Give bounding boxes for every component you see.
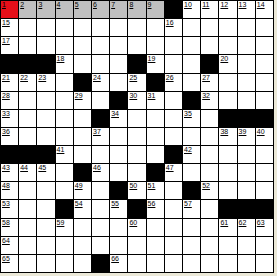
cell-10-3[interactable] — [56, 182, 73, 199]
cell-7-13[interactable]: 39 — [238, 128, 255, 145]
clue-number: 31 — [148, 92, 156, 100]
cell-14-3[interactable] — [56, 255, 73, 272]
cell-8-14[interactable] — [256, 146, 273, 163]
cell-2-12[interactable] — [219, 37, 236, 54]
cell-12-0[interactable]: 58 — [1, 219, 18, 236]
clue-number: 3 — [38, 1, 42, 9]
cell-14-0[interactable]: 65 — [1, 255, 18, 272]
cell-5-7[interactable]: 30 — [128, 92, 145, 109]
cursor-cell-0-0[interactable]: 1 — [1, 1, 18, 18]
cell-0-11[interactable]: 11 — [201, 1, 218, 18]
clue-number: 37 — [93, 128, 101, 136]
cell-13-9[interactable] — [165, 237, 182, 254]
block-cell-8-1 — [19, 146, 36, 163]
clue-number: 43 — [2, 164, 10, 172]
cell-5-12[interactable] — [219, 92, 236, 109]
cell-10-12[interactable] — [219, 182, 236, 199]
clue-number: 46 — [93, 164, 101, 172]
cell-12-7[interactable]: 60 — [128, 219, 145, 236]
cell-13-4[interactable] — [74, 237, 91, 254]
clue-number: 40 — [257, 128, 265, 136]
clue-number: 49 — [75, 182, 83, 190]
cell-14-13[interactable] — [238, 255, 255, 272]
cell-11-1[interactable] — [19, 200, 36, 217]
clue-number: 11 — [202, 1, 209, 9]
cell-6-10[interactable]: 35 — [183, 110, 200, 127]
clue-number: 16 — [166, 19, 174, 27]
cell-8-6[interactable] — [110, 146, 127, 163]
cell-11-0[interactable]: 53 — [1, 200, 18, 217]
cell-14-11[interactable] — [201, 255, 218, 272]
clue-number: 29 — [75, 92, 83, 100]
cell-3-14[interactable] — [256, 55, 273, 72]
cell-13-5[interactable] — [92, 237, 109, 254]
block-cell-3-2 — [37, 55, 54, 72]
cell-7-6[interactable] — [110, 128, 127, 145]
clue-number: 35 — [184, 110, 192, 118]
cell-5-0[interactable]: 28 — [1, 92, 18, 109]
clue-number: 8 — [129, 1, 133, 9]
cell-10-8[interactable]: 51 — [147, 182, 164, 199]
block-cell-11-7 — [128, 200, 145, 217]
block-cell-11-14 — [256, 200, 273, 217]
cell-6-6[interactable]: 34 — [110, 110, 127, 127]
clue-number: 30 — [129, 92, 137, 100]
cell-0-14[interactable]: 14 — [256, 1, 273, 18]
cell-3-9[interactable] — [165, 55, 182, 72]
clue-number: 26 — [166, 74, 174, 82]
clue-number: 7 — [111, 1, 115, 9]
clue-number: 60 — [129, 219, 137, 227]
cell-2-7[interactable] — [128, 37, 145, 54]
cell-10-2[interactable] — [37, 182, 54, 199]
cell-5-8[interactable]: 31 — [147, 92, 164, 109]
cell-4-12[interactable] — [219, 74, 236, 91]
cell-12-6[interactable] — [110, 219, 127, 236]
block-cell-8-0 — [1, 146, 18, 163]
clue-number: 13 — [239, 1, 247, 9]
clue-number: 61 — [220, 219, 228, 227]
cell-1-12[interactable] — [219, 19, 236, 36]
cell-4-11[interactable]: 27 — [201, 74, 218, 91]
cell-7-9[interactable] — [165, 128, 182, 145]
cell-13-7[interactable] — [128, 237, 145, 254]
cell-11-8[interactable]: 56 — [147, 200, 164, 217]
cell-1-3[interactable] — [56, 19, 73, 36]
cell-1-1[interactable] — [19, 19, 36, 36]
block-cell-8-2 — [37, 146, 54, 163]
block-cell-8-9 — [165, 146, 182, 163]
cell-9-7[interactable] — [128, 164, 145, 181]
cell-12-11[interactable] — [201, 219, 218, 236]
clue-number: 9 — [148, 1, 152, 9]
cell-7-12[interactable]: 38 — [219, 128, 236, 145]
clue-number: 28 — [2, 92, 10, 100]
cell-6-8[interactable] — [147, 110, 164, 127]
cell-10-0[interactable]: 48 — [1, 182, 18, 199]
cell-5-11[interactable]: 32 — [201, 92, 218, 109]
clue-number: 64 — [2, 237, 10, 245]
crossword-grid: 1234567891011121314151617181920212223242… — [0, 0, 274, 273]
block-cell-6-13 — [238, 110, 255, 127]
clue-number: 65 — [2, 255, 10, 263]
cell-13-13[interactable] — [238, 237, 255, 254]
cell-4-5[interactable]: 24 — [92, 74, 109, 91]
cell-0-12[interactable]: 12 — [219, 1, 236, 18]
cell-14-4[interactable] — [74, 255, 91, 272]
block-cell-4-4 — [74, 74, 91, 91]
block-cell-9-4 — [74, 164, 91, 181]
block-cell-6-5 — [92, 110, 109, 127]
cell-0-2[interactable]: 3 — [37, 1, 54, 18]
cell-11-5[interactable] — [92, 200, 109, 217]
cell-4-3[interactable] — [56, 74, 73, 91]
cell-8-12[interactable] — [219, 146, 236, 163]
block-cell-6-12 — [219, 110, 236, 127]
block-cell-3-11 — [201, 55, 218, 72]
cell-6-7[interactable] — [128, 110, 145, 127]
cell-1-8[interactable] — [147, 19, 164, 36]
clue-number: 53 — [2, 200, 10, 208]
clue-number: 47 — [166, 164, 174, 172]
cell-7-5[interactable]: 37 — [92, 128, 109, 145]
cell-1-5[interactable] — [92, 19, 109, 36]
clue-number: 59 — [57, 219, 65, 227]
clue-number: 4 — [57, 1, 61, 9]
cell-9-10[interactable] — [183, 164, 200, 181]
cell-14-9[interactable] — [165, 255, 182, 272]
cell-14-7[interactable] — [128, 255, 145, 272]
clue-number: 63 — [257, 219, 265, 227]
cell-12-1[interactable] — [19, 219, 36, 236]
cell-7-8[interactable] — [147, 128, 164, 145]
cell-8-10[interactable]: 42 — [183, 146, 200, 163]
cell-12-12[interactable]: 61 — [219, 219, 236, 236]
cell-4-13[interactable] — [238, 74, 255, 91]
cell-10-4[interactable]: 49 — [74, 182, 91, 199]
cell-3-4[interactable] — [74, 55, 91, 72]
cell-0-6[interactable]: 7 — [110, 1, 127, 18]
cell-9-13[interactable] — [238, 164, 255, 181]
block-cell-0-9 — [165, 1, 182, 18]
cell-1-9[interactable]: 16 — [165, 19, 182, 36]
cell-0-4[interactable]: 5 — [74, 1, 91, 18]
cell-1-0[interactable]: 15 — [1, 19, 18, 36]
cell-2-11[interactable] — [201, 37, 218, 54]
cell-4-1[interactable]: 22 — [19, 74, 36, 91]
clue-number: 34 — [111, 110, 119, 118]
cell-3-10[interactable] — [183, 55, 200, 72]
cell-12-10[interactable] — [183, 219, 200, 236]
cell-12-14[interactable]: 63 — [256, 219, 273, 236]
clue-number: 52 — [202, 182, 210, 190]
clue-number: 57 — [184, 200, 192, 208]
clue-number: 36 — [2, 128, 10, 136]
cell-0-10[interactable]: 10 — [183, 1, 200, 18]
block-cell-6-14 — [256, 110, 273, 127]
clue-number: 38 — [220, 128, 228, 136]
cell-11-4[interactable]: 54 — [74, 200, 91, 217]
clue-number: 1 — [2, 1, 6, 9]
clue-number: 39 — [239, 128, 247, 136]
crossword-board: 1234567891011121314151617181920212223242… — [0, 0, 274, 273]
clue-number: 32 — [202, 92, 210, 100]
cell-9-1[interactable]: 44 — [19, 164, 36, 181]
cell-13-14[interactable] — [256, 237, 273, 254]
clue-number: 20 — [220, 55, 228, 63]
clue-number: 2 — [20, 1, 24, 9]
cell-8-3[interactable]: 41 — [56, 146, 73, 163]
cell-3-6[interactable] — [110, 55, 127, 72]
cell-11-6[interactable]: 55 — [110, 200, 127, 217]
cell-0-1[interactable]: 2 — [19, 1, 36, 18]
cell-4-7[interactable]: 25 — [128, 74, 145, 91]
cell-0-7[interactable]: 8 — [128, 1, 145, 18]
cell-9-2[interactable]: 45 — [37, 164, 54, 181]
cell-4-10[interactable] — [183, 74, 200, 91]
cell-2-10[interactable] — [183, 37, 200, 54]
cell-6-9[interactable] — [165, 110, 182, 127]
cell-5-9[interactable] — [165, 92, 182, 109]
block-cell-9-8 — [147, 164, 164, 181]
clue-number: 44 — [20, 164, 28, 172]
cell-13-8[interactable] — [147, 237, 164, 254]
cell-12-5[interactable] — [92, 219, 109, 236]
cell-14-12[interactable] — [219, 255, 236, 272]
cell-5-14[interactable] — [256, 92, 273, 109]
cell-8-13[interactable] — [238, 146, 255, 163]
cell-12-4[interactable] — [74, 219, 91, 236]
cell-7-11[interactable] — [201, 128, 218, 145]
cell-10-7[interactable]: 50 — [128, 182, 145, 199]
cell-0-3[interactable]: 4 — [56, 1, 73, 18]
cell-9-5[interactable]: 46 — [92, 164, 109, 181]
cell-14-6[interactable]: 66 — [110, 255, 127, 272]
cell-7-0[interactable]: 36 — [1, 128, 18, 145]
cell-2-5[interactable] — [92, 37, 109, 54]
cell-13-6[interactable] — [110, 237, 127, 254]
cell-1-13[interactable] — [238, 19, 255, 36]
cell-14-14[interactable] — [256, 255, 273, 272]
cell-2-8[interactable] — [147, 37, 164, 54]
cell-12-13[interactable]: 62 — [238, 219, 255, 236]
clue-number: 42 — [184, 146, 192, 154]
cell-13-12[interactable] — [219, 237, 236, 254]
cell-1-6[interactable] — [110, 19, 127, 36]
cell-0-5[interactable]: 6 — [92, 1, 109, 18]
cell-3-12[interactable]: 20 — [219, 55, 236, 72]
block-cell-3-0 — [1, 55, 18, 72]
cell-13-10[interactable] — [183, 237, 200, 254]
cell-6-4[interactable] — [74, 110, 91, 127]
cell-14-2[interactable] — [37, 255, 54, 272]
cell-8-4[interactable] — [74, 146, 91, 163]
cell-1-14[interactable] — [256, 19, 273, 36]
block-cell-10-6 — [110, 182, 127, 199]
cell-3-5[interactable] — [92, 55, 109, 72]
cell-12-2[interactable] — [37, 219, 54, 236]
cell-7-14[interactable]: 40 — [256, 128, 273, 145]
cell-6-11[interactable] — [201, 110, 218, 127]
clue-number: 48 — [2, 182, 10, 190]
cell-11-2[interactable] — [37, 200, 54, 217]
cell-8-5[interactable] — [92, 146, 109, 163]
cell-3-8[interactable]: 19 — [147, 55, 164, 72]
block-cell-3-7 — [128, 55, 145, 72]
cell-11-10[interactable]: 57 — [183, 200, 200, 217]
clue-number: 23 — [38, 74, 46, 82]
block-cell-5-10 — [183, 92, 200, 109]
clue-number: 50 — [129, 182, 137, 190]
cell-7-3[interactable] — [56, 128, 73, 145]
cell-1-4[interactable] — [74, 19, 91, 36]
cell-4-0[interactable]: 21 — [1, 74, 18, 91]
cell-7-7[interactable] — [128, 128, 145, 145]
block-cell-11-12 — [219, 200, 236, 217]
cell-14-10[interactable] — [183, 255, 200, 272]
cell-3-13[interactable] — [238, 55, 255, 72]
clue-number: 24 — [93, 74, 101, 82]
cell-2-4[interactable] — [74, 37, 91, 54]
cell-9-3[interactable] — [56, 164, 73, 181]
cell-2-3[interactable] — [56, 37, 73, 54]
cell-5-1[interactable] — [19, 92, 36, 109]
cell-11-9[interactable] — [165, 200, 182, 217]
block-cell-5-6 — [110, 92, 127, 109]
cell-11-11[interactable] — [201, 200, 218, 217]
cell-2-2[interactable] — [37, 37, 54, 54]
cell-1-7[interactable] — [128, 19, 145, 36]
cell-4-6[interactable] — [110, 74, 127, 91]
clue-number: 54 — [75, 200, 83, 208]
cell-6-2[interactable] — [37, 110, 54, 127]
clue-number: 51 — [148, 182, 156, 190]
cell-4-14[interactable] — [256, 74, 273, 91]
cell-7-1[interactable] — [19, 128, 36, 145]
block-cell-4-8 — [147, 74, 164, 91]
cell-13-2[interactable] — [37, 237, 54, 254]
cell-7-10[interactable] — [183, 128, 200, 145]
cell-6-0[interactable]: 33 — [1, 110, 18, 127]
cell-8-11[interactable] — [201, 146, 218, 163]
clue-number: 12 — [220, 1, 228, 9]
cell-1-2[interactable] — [37, 19, 54, 36]
clue-number: 10 — [184, 1, 192, 9]
cell-14-1[interactable] — [19, 255, 36, 272]
block-cell-11-3 — [56, 200, 73, 217]
cell-9-12[interactable] — [219, 164, 236, 181]
cell-2-9[interactable] — [165, 37, 182, 54]
clue-number: 6 — [93, 1, 97, 9]
cell-3-3[interactable]: 18 — [56, 55, 73, 72]
cell-4-2[interactable]: 23 — [37, 74, 54, 91]
cell-10-14[interactable] — [256, 182, 273, 199]
cell-5-2[interactable] — [37, 92, 54, 109]
cell-10-9[interactable] — [165, 182, 182, 199]
cell-13-11[interactable] — [201, 237, 218, 254]
cell-10-5[interactable] — [92, 182, 109, 199]
clue-number: 41 — [57, 146, 65, 154]
cell-9-6[interactable] — [110, 164, 127, 181]
cell-13-3[interactable] — [56, 237, 73, 254]
clue-number: 14 — [257, 1, 265, 9]
clue-number: 66 — [111, 255, 119, 263]
clue-number: 58 — [2, 219, 10, 227]
cell-2-0[interactable]: 17 — [1, 37, 18, 54]
block-cell-14-5 — [92, 255, 109, 272]
cell-13-1[interactable] — [19, 237, 36, 254]
cell-2-14[interactable] — [256, 37, 273, 54]
cell-4-9[interactable]: 26 — [165, 74, 182, 91]
cell-10-1[interactable] — [19, 182, 36, 199]
clue-number: 33 — [2, 110, 10, 118]
cell-0-8[interactable]: 9 — [147, 1, 164, 18]
cell-12-3[interactable]: 59 — [56, 219, 73, 236]
clue-number: 55 — [111, 200, 119, 208]
clue-number: 17 — [2, 37, 10, 45]
cell-12-8[interactable] — [147, 219, 164, 236]
clue-number: 21 — [2, 74, 10, 82]
cell-0-13[interactable]: 13 — [238, 1, 255, 18]
cell-5-13[interactable] — [238, 92, 255, 109]
block-cell-10-10 — [183, 182, 200, 199]
cell-7-4[interactable] — [74, 128, 91, 145]
clue-number: 56 — [148, 200, 156, 208]
cell-2-6[interactable] — [110, 37, 127, 54]
cell-8-7[interactable] — [128, 146, 145, 163]
cell-14-8[interactable] — [147, 255, 164, 272]
cell-7-2[interactable] — [37, 128, 54, 145]
cell-6-1[interactable] — [19, 110, 36, 127]
clue-number: 18 — [57, 55, 65, 63]
cell-13-0[interactable]: 64 — [1, 237, 18, 254]
cell-2-13[interactable] — [238, 37, 255, 54]
block-cell-3-1 — [19, 55, 36, 72]
cell-1-11[interactable] — [201, 19, 218, 36]
cell-9-9[interactable]: 47 — [165, 164, 182, 181]
cell-12-9[interactable] — [165, 219, 182, 236]
clue-number: 5 — [75, 1, 79, 9]
clue-number: 19 — [148, 55, 156, 63]
cell-10-13[interactable] — [238, 182, 255, 199]
cell-9-14[interactable] — [256, 164, 273, 181]
cell-9-11[interactable] — [201, 164, 218, 181]
cell-5-4[interactable]: 29 — [74, 92, 91, 109]
cell-8-8[interactable] — [147, 146, 164, 163]
cell-6-3[interactable] — [56, 110, 73, 127]
cell-2-1[interactable] — [19, 37, 36, 54]
cell-5-5[interactable] — [92, 92, 109, 109]
clue-number: 62 — [239, 219, 247, 227]
clue-number: 45 — [38, 164, 46, 172]
clue-number: 25 — [129, 74, 137, 82]
cell-5-3[interactable] — [56, 92, 73, 109]
clue-number: 27 — [202, 74, 210, 82]
cell-9-0[interactable]: 43 — [1, 164, 18, 181]
clue-number: 15 — [2, 19, 10, 27]
cell-10-11[interactable]: 52 — [201, 182, 218, 199]
cell-1-10[interactable] — [183, 19, 200, 36]
clue-number: 22 — [20, 74, 28, 82]
block-cell-11-13 — [238, 200, 255, 217]
